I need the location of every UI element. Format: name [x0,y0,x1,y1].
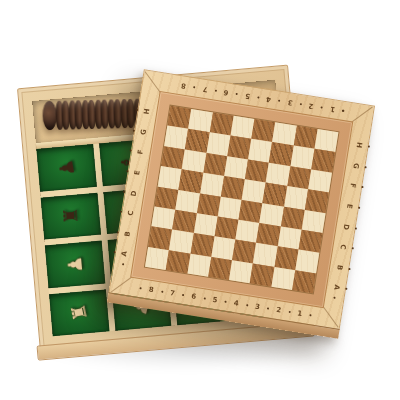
coordinate-label: H [348,137,370,152]
coordinate-label: 5 [236,88,259,103]
board-face: 87654321 87654321 HGFEDCBA HGFEDCBA [108,69,375,330]
felt-compartment: ♟ [36,144,96,191]
coordinate-label: 1 [288,306,311,321]
coordinate-label: 4 [225,296,248,311]
mitre-seam [111,276,133,293]
coordinate-label: 2 [267,303,290,318]
square-1A[interactable] [292,270,316,293]
coordinate-label: D [335,219,357,234]
coordinate-label: 3 [278,95,301,110]
coordinate-label: G [344,158,366,173]
chess-board: 87654321 87654321 HGFEDCBA HGFEDCBA [107,69,375,339]
coordinate-label: 7 [161,286,184,301]
board-margin [130,91,353,308]
light-rook-piece: ♜ [68,302,90,323]
product-photo: ♟♝♟♜♞♟♜♟ 87654321 87654321 HGFEDCBA HGFE… [0,0,400,400]
coordinate-label: 8 [140,282,163,297]
felt-compartment: ♜ [41,192,101,239]
coordinate-label: 5 [203,292,226,307]
felt-compartment: ♟ [45,241,105,288]
coordinate-label: 4 [257,91,280,106]
coordinate-label: 2 [299,98,322,113]
coordinate-label: 3 [246,299,269,314]
coordinate-label: 6 [214,85,237,100]
coordinate-label: A [325,280,347,295]
coordinate-label: B [328,260,350,275]
light-pawn-piece: ♟ [65,255,85,274]
mitre-seam [350,107,372,124]
board-grid [144,105,340,295]
coordinate-label: 1 [321,101,344,116]
coordinate-label: 8 [172,78,195,93]
coordinate-label: F [341,178,363,193]
mitre-seam [322,305,339,327]
coordinate-label: 6 [182,289,205,304]
coordinate-label: 7 [193,81,216,96]
dark-pawn-piece: ♟ [56,158,78,178]
coordinate-label: E [338,199,360,214]
coordinate-label: C [331,239,353,254]
dark-rook-piece: ♜ [61,207,81,225]
felt-compartment: ♜ [49,289,109,336]
